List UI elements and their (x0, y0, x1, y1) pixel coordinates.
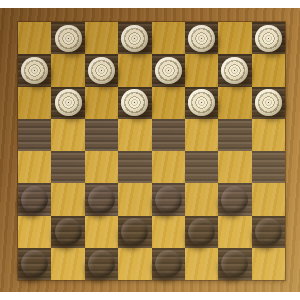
dark-piece[interactable] (121, 218, 148, 245)
dark-piece[interactable] (88, 186, 115, 213)
square-r4c3[interactable] (85, 119, 118, 151)
light-piece[interactable] (121, 25, 148, 52)
square-r6c6 (185, 183, 218, 215)
square-r2c2 (51, 54, 84, 86)
square-r2c8 (252, 54, 285, 86)
square-r7c1 (18, 216, 51, 248)
dark-piece[interactable] (255, 218, 282, 245)
square-r3c7 (218, 87, 251, 119)
light-piece[interactable] (221, 57, 248, 84)
square-r7c7 (218, 216, 251, 248)
square-r1c1 (18, 22, 51, 54)
square-r6c8 (252, 183, 285, 215)
square-r1c2[interactable] (51, 22, 84, 54)
square-r7c5 (152, 216, 185, 248)
square-r5c5 (152, 151, 185, 183)
square-r5c2[interactable] (51, 151, 84, 183)
dark-piece[interactable] (88, 250, 115, 277)
square-r7c6[interactable] (185, 216, 218, 248)
square-r6c5[interactable] (152, 183, 185, 215)
dark-piece[interactable] (155, 186, 182, 213)
light-piece[interactable] (55, 89, 82, 116)
dark-piece[interactable] (155, 250, 182, 277)
square-r5c8[interactable] (252, 151, 285, 183)
square-r2c1[interactable] (18, 54, 51, 86)
square-r8c5[interactable] (152, 248, 185, 280)
square-r7c2[interactable] (51, 216, 84, 248)
dark-piece[interactable] (221, 250, 248, 277)
square-r8c4 (118, 248, 151, 280)
light-piece[interactable] (188, 25, 215, 52)
square-r4c6 (185, 119, 218, 151)
square-r2c5[interactable] (152, 54, 185, 86)
square-r4c8 (252, 119, 285, 151)
square-r4c7[interactable] (218, 119, 251, 151)
square-r1c4[interactable] (118, 22, 151, 54)
square-r5c7 (218, 151, 251, 183)
square-r6c1[interactable] (18, 183, 51, 215)
square-r8c1[interactable] (18, 248, 51, 280)
light-piece[interactable] (188, 89, 215, 116)
square-r4c4 (118, 119, 151, 151)
light-piece[interactable] (255, 25, 282, 52)
square-r3c2[interactable] (51, 87, 84, 119)
square-r4c2 (51, 119, 84, 151)
square-r1c7 (218, 22, 251, 54)
square-r1c5 (152, 22, 185, 54)
dark-piece[interactable] (21, 250, 48, 277)
square-r3c3 (85, 87, 118, 119)
square-r2c7[interactable] (218, 54, 251, 86)
square-r1c8[interactable] (252, 22, 285, 54)
square-r6c3[interactable] (85, 183, 118, 215)
square-r3c6[interactable] (185, 87, 218, 119)
square-r1c6[interactable] (185, 22, 218, 54)
square-r8c7[interactable] (218, 248, 251, 280)
dark-piece[interactable] (188, 218, 215, 245)
square-r3c1 (18, 87, 51, 119)
square-r8c3[interactable] (85, 248, 118, 280)
light-piece[interactable] (255, 89, 282, 116)
square-r7c4[interactable] (118, 216, 151, 248)
square-r2c3[interactable] (85, 54, 118, 86)
screenshot (0, 0, 300, 300)
light-piece[interactable] (121, 89, 148, 116)
square-r6c4 (118, 183, 151, 215)
square-r7c3 (85, 216, 118, 248)
square-r3c5 (152, 87, 185, 119)
square-r7c8[interactable] (252, 216, 285, 248)
square-r8c8 (252, 248, 285, 280)
dark-piece[interactable] (221, 186, 248, 213)
square-r3c8[interactable] (252, 87, 285, 119)
square-r6c2 (51, 183, 84, 215)
checkers-board-photo (0, 8, 300, 292)
square-r4c1[interactable] (18, 119, 51, 151)
square-r5c6[interactable] (185, 151, 218, 183)
square-r3c4[interactable] (118, 87, 151, 119)
square-r8c6 (185, 248, 218, 280)
square-r6c7[interactable] (218, 183, 251, 215)
light-piece[interactable] (55, 25, 82, 52)
square-r8c2 (51, 248, 84, 280)
light-piece[interactable] (155, 57, 182, 84)
light-piece[interactable] (88, 57, 115, 84)
light-piece[interactable] (21, 57, 48, 84)
square-r5c4[interactable] (118, 151, 151, 183)
square-r5c3 (85, 151, 118, 183)
dark-piece[interactable] (21, 186, 48, 213)
square-r5c1 (18, 151, 51, 183)
square-r4c5[interactable] (152, 119, 185, 151)
square-r1c3 (85, 22, 118, 54)
dark-piece[interactable] (55, 218, 82, 245)
square-r2c6 (185, 54, 218, 86)
checkers-board (18, 22, 285, 280)
square-r2c4 (118, 54, 151, 86)
